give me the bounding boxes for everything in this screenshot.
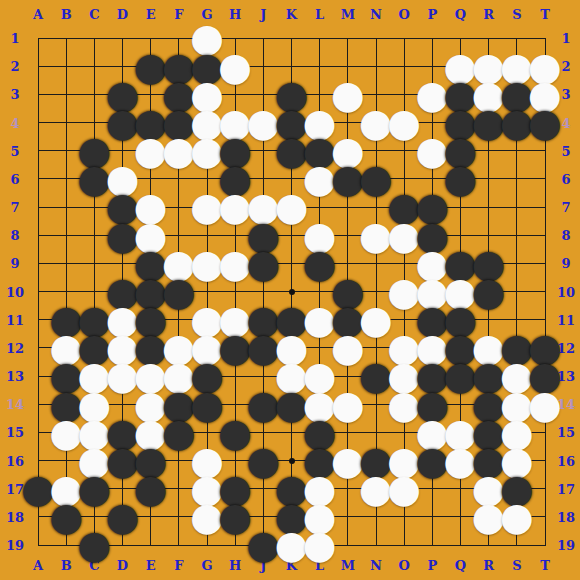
intersection-E13[interactable]: ● [137, 362, 165, 390]
intersection-O1[interactable] [390, 24, 418, 52]
intersection-D14[interactable] [108, 390, 136, 418]
intersection-P19[interactable] [418, 531, 446, 559]
intersection-M5[interactable]: ● [334, 137, 362, 165]
intersection-G10[interactable] [193, 277, 221, 305]
intersection-Q8[interactable] [446, 221, 474, 249]
intersection-P14[interactable]: ● [418, 390, 446, 418]
intersection-C11[interactable]: ● [80, 305, 108, 333]
intersection-N19[interactable] [362, 531, 390, 559]
intersection-E19[interactable] [137, 531, 165, 559]
intersection-K5[interactable]: ● [277, 137, 305, 165]
intersection-B9[interactable] [52, 249, 80, 277]
intersection-H2[interactable]: ● [221, 52, 249, 80]
intersection-D3[interactable]: ● [108, 80, 136, 108]
intersection-D6[interactable]: ● [108, 165, 136, 193]
intersection-G15[interactable] [193, 418, 221, 446]
intersection-K12[interactable]: ● [277, 334, 305, 362]
intersection-O4[interactable]: ● [390, 108, 418, 136]
intersection-N12[interactable] [362, 334, 390, 362]
intersection-C12[interactable]: ● [80, 334, 108, 362]
intersection-G13[interactable]: ● [193, 362, 221, 390]
intersection-C2[interactable] [80, 52, 108, 80]
intersection-K16[interactable] [277, 446, 305, 474]
intersection-M16[interactable]: ● [334, 446, 362, 474]
intersection-B8[interactable] [52, 221, 80, 249]
intersection-E1[interactable] [137, 24, 165, 52]
intersection-G18[interactable]: ● [193, 503, 221, 531]
intersection-S1[interactable] [503, 24, 531, 52]
intersection-P6[interactable] [418, 165, 446, 193]
intersection-T1[interactable] [531, 24, 559, 52]
intersection-O12[interactable]: ● [390, 334, 418, 362]
intersection-J16[interactable]: ● [249, 446, 277, 474]
intersection-T4[interactable]: ● [531, 108, 559, 136]
intersection-F12[interactable]: ● [165, 334, 193, 362]
intersection-A10[interactable] [24, 277, 52, 305]
intersection-J5[interactable] [249, 137, 277, 165]
intersection-K8[interactable] [277, 221, 305, 249]
intersection-S2[interactable]: ● [503, 52, 531, 80]
intersection-H8[interactable] [221, 221, 249, 249]
intersection-C6[interactable]: ● [80, 165, 108, 193]
intersection-P13[interactable]: ● [418, 362, 446, 390]
intersection-L12[interactable] [305, 334, 333, 362]
intersection-D12[interactable]: ● [108, 334, 136, 362]
intersection-N14[interactable] [362, 390, 390, 418]
intersection-M17[interactable] [334, 474, 362, 502]
intersection-J9[interactable]: ● [249, 249, 277, 277]
intersection-Q15[interactable]: ● [446, 418, 474, 446]
intersection-A14[interactable] [24, 390, 52, 418]
intersection-S12[interactable]: ● [503, 334, 531, 362]
intersection-A1[interactable] [24, 24, 52, 52]
intersection-D15[interactable]: ● [108, 418, 136, 446]
intersection-A4[interactable] [24, 108, 52, 136]
intersection-O17[interactable]: ● [390, 474, 418, 502]
intersection-Q18[interactable] [446, 503, 474, 531]
intersection-E17[interactable]: ● [137, 474, 165, 502]
intersection-E9[interactable]: ● [137, 249, 165, 277]
intersection-K4[interactable]: ● [277, 108, 305, 136]
intersection-L2[interactable] [305, 52, 333, 80]
intersection-A16[interactable] [24, 446, 52, 474]
intersection-K7[interactable]: ● [277, 193, 305, 221]
intersection-J13[interactable] [249, 362, 277, 390]
intersection-F13[interactable]: ● [165, 362, 193, 390]
intersection-A5[interactable] [24, 137, 52, 165]
intersection-J3[interactable] [249, 80, 277, 108]
intersection-M19[interactable] [334, 531, 362, 559]
intersection-N4[interactable]: ● [362, 108, 390, 136]
intersection-E16[interactable]: ● [137, 446, 165, 474]
intersection-O10[interactable]: ● [390, 277, 418, 305]
intersection-Q9[interactable]: ● [446, 249, 474, 277]
intersection-S15[interactable]: ● [503, 418, 531, 446]
intersection-S8[interactable] [503, 221, 531, 249]
intersection-R18[interactable]: ● [474, 503, 502, 531]
intersection-S13[interactable]: ● [503, 362, 531, 390]
intersection-L3[interactable] [305, 80, 333, 108]
intersection-H7[interactable]: ● [221, 193, 249, 221]
intersection-F16[interactable] [165, 446, 193, 474]
intersection-G16[interactable]: ● [193, 446, 221, 474]
intersection-K18[interactable]: ● [277, 503, 305, 531]
intersection-Q13[interactable]: ● [446, 362, 474, 390]
intersection-B19[interactable] [52, 531, 80, 559]
intersection-C13[interactable]: ● [80, 362, 108, 390]
intersection-T7[interactable] [531, 193, 559, 221]
intersection-Q12[interactable]: ● [446, 334, 474, 362]
intersection-A12[interactable] [24, 334, 52, 362]
intersection-K6[interactable] [277, 165, 305, 193]
intersection-O14[interactable]: ● [390, 390, 418, 418]
intersection-G6[interactable] [193, 165, 221, 193]
intersection-M6[interactable]: ● [334, 165, 362, 193]
intersection-C16[interactable]: ● [80, 446, 108, 474]
intersection-B1[interactable] [52, 24, 80, 52]
intersection-Q11[interactable]: ● [446, 305, 474, 333]
intersection-H13[interactable] [221, 362, 249, 390]
intersection-H12[interactable]: ● [221, 334, 249, 362]
intersection-L13[interactable]: ● [305, 362, 333, 390]
intersection-J18[interactable] [249, 503, 277, 531]
intersection-R9[interactable]: ● [474, 249, 502, 277]
intersection-G12[interactable]: ● [193, 334, 221, 362]
intersection-P5[interactable]: ● [418, 137, 446, 165]
intersection-E4[interactable]: ● [137, 108, 165, 136]
intersection-L15[interactable]: ● [305, 418, 333, 446]
intersection-G11[interactable]: ● [193, 305, 221, 333]
intersection-B7[interactable] [52, 193, 80, 221]
intersection-L7[interactable] [305, 193, 333, 221]
intersection-D8[interactable]: ● [108, 221, 136, 249]
intersection-C9[interactable] [80, 249, 108, 277]
intersection-F18[interactable] [165, 503, 193, 531]
intersection-S16[interactable]: ● [503, 446, 531, 474]
intersection-L17[interactable]: ● [305, 474, 333, 502]
intersection-R12[interactable]: ● [474, 334, 502, 362]
intersection-F8[interactable] [165, 221, 193, 249]
intersection-L11[interactable]: ● [305, 305, 333, 333]
intersection-B11[interactable]: ● [52, 305, 80, 333]
intersection-D16[interactable]: ● [108, 446, 136, 474]
intersection-Q1[interactable] [446, 24, 474, 52]
intersection-B18[interactable]: ● [52, 503, 80, 531]
intersection-H10[interactable] [221, 277, 249, 305]
intersection-F6[interactable] [165, 165, 193, 193]
intersection-D4[interactable]: ● [108, 108, 136, 136]
intersection-K10[interactable] [277, 277, 305, 305]
intersection-C14[interactable]: ● [80, 390, 108, 418]
intersection-N8[interactable]: ● [362, 221, 390, 249]
intersection-A3[interactable] [24, 80, 52, 108]
intersection-R13[interactable]: ● [474, 362, 502, 390]
intersection-P4[interactable] [418, 108, 446, 136]
intersection-C17[interactable]: ● [80, 474, 108, 502]
intersection-O8[interactable]: ● [390, 221, 418, 249]
intersection-C8[interactable] [80, 221, 108, 249]
intersection-N17[interactable]: ● [362, 474, 390, 502]
intersection-Q10[interactable]: ● [446, 277, 474, 305]
intersection-D13[interactable]: ● [108, 362, 136, 390]
intersection-K1[interactable] [277, 24, 305, 52]
intersection-P1[interactable] [418, 24, 446, 52]
intersection-J14[interactable]: ● [249, 390, 277, 418]
intersection-Q5[interactable]: ● [446, 137, 474, 165]
intersection-J15[interactable] [249, 418, 277, 446]
intersection-G14[interactable]: ● [193, 390, 221, 418]
intersection-F9[interactable]: ● [165, 249, 193, 277]
intersection-R4[interactable]: ● [474, 108, 502, 136]
intersection-M2[interactable] [334, 52, 362, 80]
intersection-A17[interactable]: ● [24, 474, 52, 502]
intersection-E11[interactable]: ● [137, 305, 165, 333]
intersection-R19[interactable] [474, 531, 502, 559]
intersection-N6[interactable]: ● [362, 165, 390, 193]
intersection-M13[interactable] [334, 362, 362, 390]
intersection-C10[interactable] [80, 277, 108, 305]
intersection-L6[interactable]: ● [305, 165, 333, 193]
intersection-R1[interactable] [474, 24, 502, 52]
intersection-S10[interactable] [503, 277, 531, 305]
intersection-O11[interactable] [390, 305, 418, 333]
intersection-H3[interactable] [221, 80, 249, 108]
intersection-S14[interactable]: ● [503, 390, 531, 418]
intersection-Q14[interactable] [446, 390, 474, 418]
intersection-F19[interactable] [165, 531, 193, 559]
intersection-P9[interactable]: ● [418, 249, 446, 277]
intersection-S19[interactable] [503, 531, 531, 559]
intersection-K3[interactable]: ● [277, 80, 305, 108]
intersection-P15[interactable]: ● [418, 418, 446, 446]
intersection-M7[interactable] [334, 193, 362, 221]
intersection-Q6[interactable]: ● [446, 165, 474, 193]
intersection-E7[interactable]: ● [137, 193, 165, 221]
intersection-H6[interactable]: ● [221, 165, 249, 193]
intersection-H15[interactable]: ● [221, 418, 249, 446]
intersection-M15[interactable] [334, 418, 362, 446]
intersection-J12[interactable]: ● [249, 334, 277, 362]
intersection-J19[interactable]: ● [249, 531, 277, 559]
intersection-C4[interactable] [80, 108, 108, 136]
intersection-N16[interactable]: ● [362, 446, 390, 474]
intersection-D10[interactable]: ● [108, 277, 136, 305]
intersection-E12[interactable]: ● [137, 334, 165, 362]
intersection-J2[interactable] [249, 52, 277, 80]
intersection-Q2[interactable]: ● [446, 52, 474, 80]
intersection-F14[interactable]: ● [165, 390, 193, 418]
intersection-D9[interactable] [108, 249, 136, 277]
intersection-E5[interactable]: ● [137, 137, 165, 165]
intersection-N13[interactable]: ● [362, 362, 390, 390]
intersection-B4[interactable] [52, 108, 80, 136]
intersection-B3[interactable] [52, 80, 80, 108]
intersection-H17[interactable]: ● [221, 474, 249, 502]
intersection-P10[interactable]: ● [418, 277, 446, 305]
intersection-D18[interactable]: ● [108, 503, 136, 531]
intersection-P8[interactable]: ● [418, 221, 446, 249]
intersection-F3[interactable]: ● [165, 80, 193, 108]
intersection-A2[interactable] [24, 52, 52, 80]
intersection-C7[interactable] [80, 193, 108, 221]
intersection-N7[interactable] [362, 193, 390, 221]
intersection-E2[interactable]: ● [137, 52, 165, 80]
intersection-A15[interactable] [24, 418, 52, 446]
intersection-F17[interactable] [165, 474, 193, 502]
intersection-E3[interactable] [137, 80, 165, 108]
intersection-E15[interactable]: ● [137, 418, 165, 446]
intersection-R2[interactable]: ● [474, 52, 502, 80]
intersection-B17[interactable]: ● [52, 474, 80, 502]
intersection-T5[interactable] [531, 137, 559, 165]
intersection-B6[interactable] [52, 165, 80, 193]
intersection-M1[interactable] [334, 24, 362, 52]
intersection-P18[interactable] [418, 503, 446, 531]
intersection-L18[interactable]: ● [305, 503, 333, 531]
intersection-B5[interactable] [52, 137, 80, 165]
intersection-K14[interactable]: ● [277, 390, 305, 418]
intersection-S5[interactable] [503, 137, 531, 165]
intersection-C15[interactable]: ● [80, 418, 108, 446]
intersection-D17[interactable] [108, 474, 136, 502]
intersection-J1[interactable] [249, 24, 277, 52]
intersection-R14[interactable]: ● [474, 390, 502, 418]
intersection-G4[interactable]: ● [193, 108, 221, 136]
intersection-T13[interactable]: ● [531, 362, 559, 390]
intersection-G17[interactable]: ● [193, 474, 221, 502]
intersection-F4[interactable]: ● [165, 108, 193, 136]
intersection-E6[interactable] [137, 165, 165, 193]
intersection-R10[interactable]: ● [474, 277, 502, 305]
intersection-B10[interactable] [52, 277, 80, 305]
intersection-M14[interactable]: ● [334, 390, 362, 418]
intersection-R17[interactable]: ● [474, 474, 502, 502]
intersection-K11[interactable]: ● [277, 305, 305, 333]
intersection-A18[interactable] [24, 503, 52, 531]
intersection-T6[interactable] [531, 165, 559, 193]
intersection-J6[interactable] [249, 165, 277, 193]
intersection-C19[interactable]: ● [80, 531, 108, 559]
intersection-A11[interactable] [24, 305, 52, 333]
intersection-T10[interactable] [531, 277, 559, 305]
intersection-K17[interactable]: ● [277, 474, 305, 502]
intersection-B14[interactable]: ● [52, 390, 80, 418]
intersection-T14[interactable]: ● [531, 390, 559, 418]
intersection-R7[interactable] [474, 193, 502, 221]
intersection-A8[interactable] [24, 221, 52, 249]
intersection-N1[interactable] [362, 24, 390, 52]
intersection-T16[interactable] [531, 446, 559, 474]
intersection-L1[interactable] [305, 24, 333, 52]
intersection-P7[interactable]: ● [418, 193, 446, 221]
intersection-Q3[interactable]: ● [446, 80, 474, 108]
intersection-J17[interactable] [249, 474, 277, 502]
intersection-N15[interactable] [362, 418, 390, 446]
intersection-F15[interactable]: ● [165, 418, 193, 446]
intersection-G2[interactable]: ● [193, 52, 221, 80]
intersection-R6[interactable] [474, 165, 502, 193]
intersection-T9[interactable] [531, 249, 559, 277]
intersection-B2[interactable] [52, 52, 80, 80]
intersection-H5[interactable]: ● [221, 137, 249, 165]
intersection-G5[interactable]: ● [193, 137, 221, 165]
intersection-H4[interactable]: ● [221, 108, 249, 136]
intersection-L10[interactable] [305, 277, 333, 305]
intersection-L9[interactable]: ● [305, 249, 333, 277]
intersection-G19[interactable] [193, 531, 221, 559]
intersection-S17[interactable]: ● [503, 474, 531, 502]
intersection-M12[interactable]: ● [334, 334, 362, 362]
intersection-T11[interactable] [531, 305, 559, 333]
intersection-Q17[interactable] [446, 474, 474, 502]
intersection-R15[interactable]: ● [474, 418, 502, 446]
intersection-F11[interactable] [165, 305, 193, 333]
intersection-D7[interactable]: ● [108, 193, 136, 221]
intersection-H16[interactable] [221, 446, 249, 474]
intersection-O16[interactable]: ● [390, 446, 418, 474]
intersection-T19[interactable] [531, 531, 559, 559]
intersection-S7[interactable] [503, 193, 531, 221]
intersection-T15[interactable] [531, 418, 559, 446]
intersection-P12[interactable]: ● [418, 334, 446, 362]
intersection-O18[interactable] [390, 503, 418, 531]
intersection-J7[interactable]: ● [249, 193, 277, 221]
intersection-L4[interactable]: ● [305, 108, 333, 136]
intersection-K9[interactable] [277, 249, 305, 277]
intersection-A9[interactable] [24, 249, 52, 277]
intersection-M3[interactable]: ● [334, 80, 362, 108]
intersection-G8[interactable] [193, 221, 221, 249]
intersection-P17[interactable] [418, 474, 446, 502]
intersection-L14[interactable]: ● [305, 390, 333, 418]
intersection-F10[interactable]: ● [165, 277, 193, 305]
intersection-H1[interactable] [221, 24, 249, 52]
intersection-C18[interactable] [80, 503, 108, 531]
intersection-O3[interactable] [390, 80, 418, 108]
intersection-E18[interactable] [137, 503, 165, 531]
intersection-F5[interactable]: ● [165, 137, 193, 165]
intersection-G3[interactable]: ● [193, 80, 221, 108]
intersection-A7[interactable] [24, 193, 52, 221]
intersection-S9[interactable] [503, 249, 531, 277]
intersection-J11[interactable]: ● [249, 305, 277, 333]
intersection-P16[interactable]: ● [418, 446, 446, 474]
intersection-K13[interactable]: ● [277, 362, 305, 390]
intersection-M18[interactable] [334, 503, 362, 531]
intersection-N18[interactable] [362, 503, 390, 531]
intersection-C5[interactable]: ● [80, 137, 108, 165]
intersection-R8[interactable] [474, 221, 502, 249]
intersection-L16[interactable]: ● [305, 446, 333, 474]
intersection-H9[interactable]: ● [221, 249, 249, 277]
intersection-B12[interactable]: ● [52, 334, 80, 362]
intersection-Q19[interactable] [446, 531, 474, 559]
intersection-D11[interactable]: ● [108, 305, 136, 333]
intersection-C3[interactable] [80, 80, 108, 108]
intersection-P2[interactable] [418, 52, 446, 80]
intersection-P11[interactable]: ● [418, 305, 446, 333]
intersection-M11[interactable]: ● [334, 305, 362, 333]
intersection-J8[interactable]: ● [249, 221, 277, 249]
intersection-T17[interactable] [531, 474, 559, 502]
intersection-S4[interactable]: ● [503, 108, 531, 136]
intersection-S3[interactable]: ● [503, 80, 531, 108]
intersection-B16[interactable] [52, 446, 80, 474]
intersection-B15[interactable]: ● [52, 418, 80, 446]
intersection-G9[interactable]: ● [193, 249, 221, 277]
intersection-D5[interactable] [108, 137, 136, 165]
intersection-C1[interactable] [80, 24, 108, 52]
